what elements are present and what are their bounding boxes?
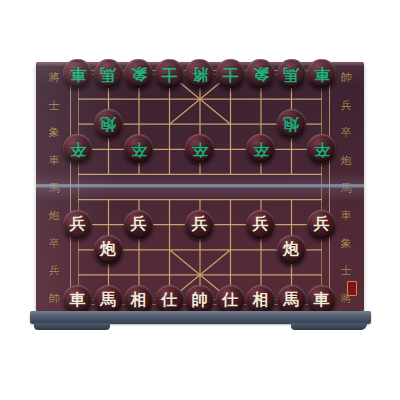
piece-red-相[interactable]: 相 (246, 285, 275, 314)
piece-glyph: 士 (161, 66, 177, 82)
piece-glyph: 車 (70, 66, 86, 82)
ornament-glyph: 炮 (341, 155, 352, 166)
piece-glyph: 卒 (314, 141, 330, 157)
board-grid (78, 74, 322, 300)
piece-red-仕[interactable]: 仕 (155, 285, 184, 314)
piece-red-車[interactable]: 車 (307, 285, 336, 314)
piece-glyph: 卒 (253, 141, 269, 157)
piece-red-炮[interactable]: 炮 (94, 235, 123, 264)
piece-glyph: 兵 (253, 216, 269, 232)
ornament-glyph: 帥 (49, 293, 60, 304)
piece-black-士[interactable]: 士 (155, 59, 184, 88)
board-stand (30, 311, 371, 324)
ornament-glyph: 馬 (341, 183, 352, 194)
piece-red-兵[interactable]: 兵 (246, 210, 275, 239)
piece-black-車[interactable]: 車 (63, 59, 92, 88)
piece-red-兵[interactable]: 兵 (185, 210, 214, 239)
piece-red-車[interactable]: 車 (63, 285, 92, 314)
piece-black-象[interactable]: 象 (124, 59, 153, 88)
piece-black-象[interactable]: 象 (246, 59, 275, 88)
piece-red-兵[interactable]: 兵 (307, 210, 336, 239)
piece-glyph: 兵 (314, 216, 330, 232)
ornament-glyph: 兵 (341, 100, 352, 111)
piece-red-炮[interactable]: 炮 (277, 235, 306, 264)
piece-red-兵[interactable]: 兵 (63, 210, 92, 239)
piece-red-仕[interactable]: 仕 (216, 285, 245, 314)
ornament-glyph: 象 (49, 127, 60, 138)
ornament-glyph: 帥 (341, 72, 352, 83)
ornament-glyph: 卒 (341, 127, 352, 138)
ornament-glyph: 兵 (49, 265, 60, 276)
piece-glyph: 馬 (100, 66, 116, 82)
xiangqi-set-photo: 將士象車馬炮卒兵帥 帥兵卒炮馬車象士將 車馬象士將士象馬車炮炮卒卒卒卒卒兵兵兵兵… (0, 0, 400, 400)
piece-red-馬[interactable]: 馬 (94, 285, 123, 314)
piece-glyph: 將 (192, 66, 208, 82)
maker-seal (347, 281, 357, 296)
piece-glyph: 炮 (100, 116, 116, 132)
ornament-glyph: 卒 (49, 238, 60, 249)
ornament-glyph: 士 (49, 100, 60, 111)
piece-red-相[interactable]: 相 (124, 285, 153, 314)
piece-black-將[interactable]: 將 (185, 59, 214, 88)
ornament-glyph: 馬 (49, 183, 60, 194)
piece-black-炮[interactable]: 炮 (277, 109, 306, 138)
ornament-glyph: 將 (49, 72, 60, 83)
piece-glyph: 卒 (192, 141, 208, 157)
piece-black-馬[interactable]: 馬 (277, 59, 306, 88)
piece-glyph: 兵 (70, 216, 86, 232)
ornament-glyph: 象 (341, 238, 352, 249)
piece-glyph: 車 (314, 292, 330, 308)
left-border-ornaments: 將士象車馬炮卒兵帥 (42, 72, 66, 304)
piece-black-炮[interactable]: 炮 (94, 109, 123, 138)
ornament-glyph: 車 (341, 210, 352, 221)
piece-black-馬[interactable]: 馬 (94, 59, 123, 88)
stand-foot-left (34, 323, 110, 330)
piece-glyph: 仕 (161, 292, 177, 308)
piece-glyph: 卒 (70, 141, 86, 157)
piece-glyph: 馬 (283, 292, 299, 308)
stand-foot-right (291, 323, 367, 330)
piece-glyph: 象 (253, 66, 269, 82)
piece-glyph: 車 (314, 66, 330, 82)
piece-glyph: 相 (253, 292, 269, 308)
piece-glyph: 相 (131, 292, 147, 308)
piece-glyph: 炮 (283, 116, 299, 132)
piece-red-馬[interactable]: 馬 (277, 285, 306, 314)
ornament-glyph: 炮 (49, 210, 60, 221)
ornament-glyph: 士 (341, 265, 352, 276)
piece-glyph: 帥 (192, 292, 208, 308)
piece-glyph: 兵 (192, 216, 208, 232)
piece-glyph: 象 (131, 66, 147, 82)
piece-glyph: 炮 (100, 241, 116, 257)
piece-glyph: 車 (70, 292, 86, 308)
xiangqi-board[interactable]: 將士象車馬炮卒兵帥 帥兵卒炮馬車象士將 車馬象士將士象馬車炮炮卒卒卒卒卒兵兵兵兵… (36, 62, 364, 312)
piece-black-卒[interactable]: 卒 (307, 134, 336, 163)
piece-glyph: 兵 (131, 216, 147, 232)
piece-black-士[interactable]: 士 (216, 59, 245, 88)
ornament-glyph: 車 (49, 155, 60, 166)
piece-glyph: 炮 (283, 241, 299, 257)
piece-black-車[interactable]: 車 (307, 59, 336, 88)
piece-red-兵[interactable]: 兵 (124, 210, 153, 239)
right-border-ornaments: 帥兵卒炮馬車象士將 (334, 72, 358, 304)
piece-glyph: 馬 (100, 292, 116, 308)
piece-glyph: 士 (222, 66, 238, 82)
piece-glyph: 卒 (131, 141, 147, 157)
piece-glyph: 馬 (283, 66, 299, 82)
piece-red-帥[interactable]: 帥 (185, 285, 214, 314)
piece-glyph: 仕 (222, 292, 238, 308)
